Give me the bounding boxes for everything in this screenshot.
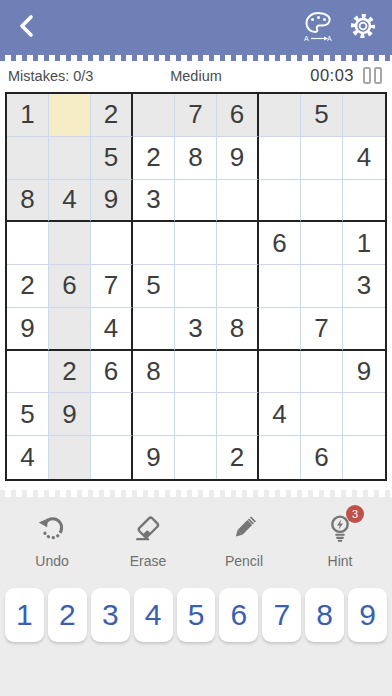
cell-r2c3[interactable]: 5 bbox=[91, 137, 133, 180]
cell-r9c2[interactable] bbox=[49, 436, 91, 479]
cell-r4c7[interactable]: 6 bbox=[259, 222, 301, 265]
cell-r7c8[interactable] bbox=[301, 351, 343, 394]
cell-r6c7[interactable] bbox=[259, 308, 301, 351]
eraser-icon bbox=[132, 512, 164, 548]
cell-r1c4[interactable] bbox=[133, 94, 175, 137]
cell-r3c2[interactable]: 4 bbox=[49, 180, 91, 223]
numpad-button-9[interactable]: 9 bbox=[348, 588, 387, 642]
pencil-button[interactable]: Pencil bbox=[218, 512, 270, 569]
cell-r8c7[interactable]: 4 bbox=[259, 393, 301, 436]
perforation-bottom bbox=[0, 490, 392, 497]
undo-button[interactable]: Undo bbox=[26, 512, 78, 569]
undo-icon bbox=[36, 512, 68, 548]
cell-r4c9[interactable]: 1 bbox=[343, 222, 385, 265]
cell-r2c1[interactable] bbox=[7, 137, 49, 180]
cell-r6c1[interactable]: 9 bbox=[7, 308, 49, 351]
cell-r1c8[interactable]: 5 bbox=[301, 94, 343, 137]
cell-r7c7[interactable] bbox=[259, 351, 301, 394]
cell-r5c2[interactable]: 6 bbox=[49, 265, 91, 308]
cell-r6c4[interactable] bbox=[133, 308, 175, 351]
cell-r4c1[interactable] bbox=[7, 222, 49, 265]
cell-r9c5[interactable] bbox=[175, 436, 217, 479]
cell-r5c4[interactable]: 5 bbox=[133, 265, 175, 308]
cell-r9c1[interactable]: 4 bbox=[7, 436, 49, 479]
hint-count-badge: 3 bbox=[346, 505, 364, 523]
status-bar: Mistakes: 0/3 Medium 00:03 bbox=[0, 61, 392, 90]
cell-r1c6[interactable]: 6 bbox=[217, 94, 259, 137]
numpad-button-6[interactable]: 6 bbox=[219, 588, 258, 642]
theme-button[interactable]: A A bbox=[302, 11, 334, 45]
bottom-toolbar: Undo Erase bbox=[0, 497, 392, 696]
cell-r2c5[interactable]: 8 bbox=[175, 137, 217, 180]
numpad-button-2[interactable]: 2 bbox=[48, 588, 87, 642]
cell-r5c6[interactable] bbox=[217, 265, 259, 308]
undo-label: Undo bbox=[35, 553, 68, 569]
cell-r3c8[interactable] bbox=[301, 180, 343, 223]
cell-r6c6[interactable]: 8 bbox=[217, 308, 259, 351]
timer-area: 00:03 bbox=[310, 65, 384, 86]
cell-r5c3[interactable]: 7 bbox=[91, 265, 133, 308]
cell-r5c8[interactable] bbox=[301, 265, 343, 308]
cell-r9c9[interactable] bbox=[343, 436, 385, 479]
cell-r4c6[interactable] bbox=[217, 222, 259, 265]
cell-r3c1[interactable]: 8 bbox=[7, 180, 49, 223]
cell-r8c3[interactable] bbox=[91, 393, 133, 436]
cell-r9c7[interactable] bbox=[259, 436, 301, 479]
pencil-icon bbox=[228, 512, 260, 548]
cell-r1c3[interactable]: 2 bbox=[91, 94, 133, 137]
cell-r7c1[interactable] bbox=[7, 351, 49, 394]
cell-r7c9[interactable]: 9 bbox=[343, 351, 385, 394]
cell-r9c6[interactable]: 2 bbox=[217, 436, 259, 479]
cell-r2c8[interactable] bbox=[301, 137, 343, 180]
erase-label: Erase bbox=[130, 553, 167, 569]
cell-r6c3[interactable]: 4 bbox=[91, 308, 133, 351]
cell-r9c4[interactable]: 9 bbox=[133, 436, 175, 479]
topbar-right-icons: A A bbox=[302, 11, 379, 45]
svg-text:A: A bbox=[304, 35, 309, 42]
hint-label: Hint bbox=[328, 553, 353, 569]
hint-button[interactable]: 3 Hint bbox=[314, 512, 366, 569]
svg-text:A: A bbox=[327, 35, 332, 42]
mistakes-counter: Mistakes: 0/3 bbox=[8, 68, 93, 84]
cell-r8c8[interactable] bbox=[301, 393, 343, 436]
cell-r3c7[interactable] bbox=[259, 180, 301, 223]
cell-r2c9[interactable]: 4 bbox=[343, 137, 385, 180]
numpad-button-4[interactable]: 4 bbox=[134, 588, 173, 642]
cell-r8c5[interactable] bbox=[175, 393, 217, 436]
cell-r1c2[interactable] bbox=[49, 94, 91, 137]
cell-r9c8[interactable]: 6 bbox=[301, 436, 343, 479]
bottom-gap bbox=[0, 481, 392, 490]
back-button[interactable] bbox=[13, 13, 43, 43]
cell-r4c8[interactable] bbox=[301, 222, 343, 265]
cell-r1c1[interactable]: 1 bbox=[7, 94, 49, 137]
cell-r8c9[interactable] bbox=[343, 393, 385, 436]
cell-r7c2[interactable]: 2 bbox=[49, 351, 91, 394]
numpad-button-1[interactable]: 1 bbox=[5, 588, 44, 642]
cell-r5c5[interactable] bbox=[175, 265, 217, 308]
cell-r7c5[interactable] bbox=[175, 351, 217, 394]
cell-r5c9[interactable]: 3 bbox=[343, 265, 385, 308]
cell-r5c1[interactable]: 2 bbox=[7, 265, 49, 308]
cell-r3c9[interactable] bbox=[343, 180, 385, 223]
numpad-button-5[interactable]: 5 bbox=[177, 588, 216, 642]
cell-r6c2[interactable] bbox=[49, 308, 91, 351]
pencil-label: Pencil bbox=[225, 553, 263, 569]
cell-r7c4[interactable]: 8 bbox=[133, 351, 175, 394]
cell-r2c4[interactable]: 2 bbox=[133, 137, 175, 180]
sudoku-board: 1276552894849361267539438726895944926 bbox=[5, 92, 387, 481]
cell-r7c3[interactable]: 6 bbox=[91, 351, 133, 394]
cell-r3c3[interactable]: 9 bbox=[91, 180, 133, 223]
cell-r2c7[interactable] bbox=[259, 137, 301, 180]
pause-button[interactable] bbox=[361, 65, 384, 86]
cell-r4c5[interactable] bbox=[175, 222, 217, 265]
cell-r1c7[interactable] bbox=[259, 94, 301, 137]
cell-r4c4[interactable] bbox=[133, 222, 175, 265]
cell-r8c6[interactable] bbox=[217, 393, 259, 436]
cell-r3c5[interactable] bbox=[175, 180, 217, 223]
gear-icon bbox=[347, 10, 379, 46]
timer-value: 00:03 bbox=[310, 66, 354, 85]
cell-r8c2[interactable]: 9 bbox=[49, 393, 91, 436]
cell-r6c5[interactable]: 3 bbox=[175, 308, 217, 351]
cell-r4c2[interactable] bbox=[49, 222, 91, 265]
cell-r7c6[interactable] bbox=[217, 351, 259, 394]
cell-r6c9[interactable] bbox=[343, 308, 385, 351]
cell-r1c9[interactable] bbox=[343, 94, 385, 137]
erase-button[interactable]: Erase bbox=[122, 512, 174, 569]
cell-r5c7[interactable] bbox=[259, 265, 301, 308]
cell-r2c2[interactable] bbox=[49, 137, 91, 180]
numpad: 123456789 bbox=[0, 588, 392, 642]
cell-r2c6[interactable]: 9 bbox=[217, 137, 259, 180]
numpad-button-7[interactable]: 7 bbox=[262, 588, 301, 642]
cell-r8c1[interactable]: 5 bbox=[7, 393, 49, 436]
cell-r1c5[interactable]: 7 bbox=[175, 94, 217, 137]
cell-r6c8[interactable]: 7 bbox=[301, 308, 343, 351]
tools-row: Undo Erase bbox=[0, 512, 392, 569]
cell-r4c3[interactable] bbox=[91, 222, 133, 265]
chevron-left-icon bbox=[17, 13, 39, 43]
pause-icon bbox=[363, 67, 371, 84]
numpad-button-3[interactable]: 3 bbox=[91, 588, 130, 642]
cell-r3c4[interactable]: 3 bbox=[133, 180, 175, 223]
cell-r9c3[interactable] bbox=[91, 436, 133, 479]
top-bar: A A bbox=[0, 0, 392, 55]
palette-icon: A A bbox=[302, 9, 334, 47]
numpad-button-8[interactable]: 8 bbox=[305, 588, 344, 642]
settings-button[interactable] bbox=[347, 11, 379, 45]
cell-r3c6[interactable] bbox=[217, 180, 259, 223]
cell-r8c4[interactable] bbox=[133, 393, 175, 436]
